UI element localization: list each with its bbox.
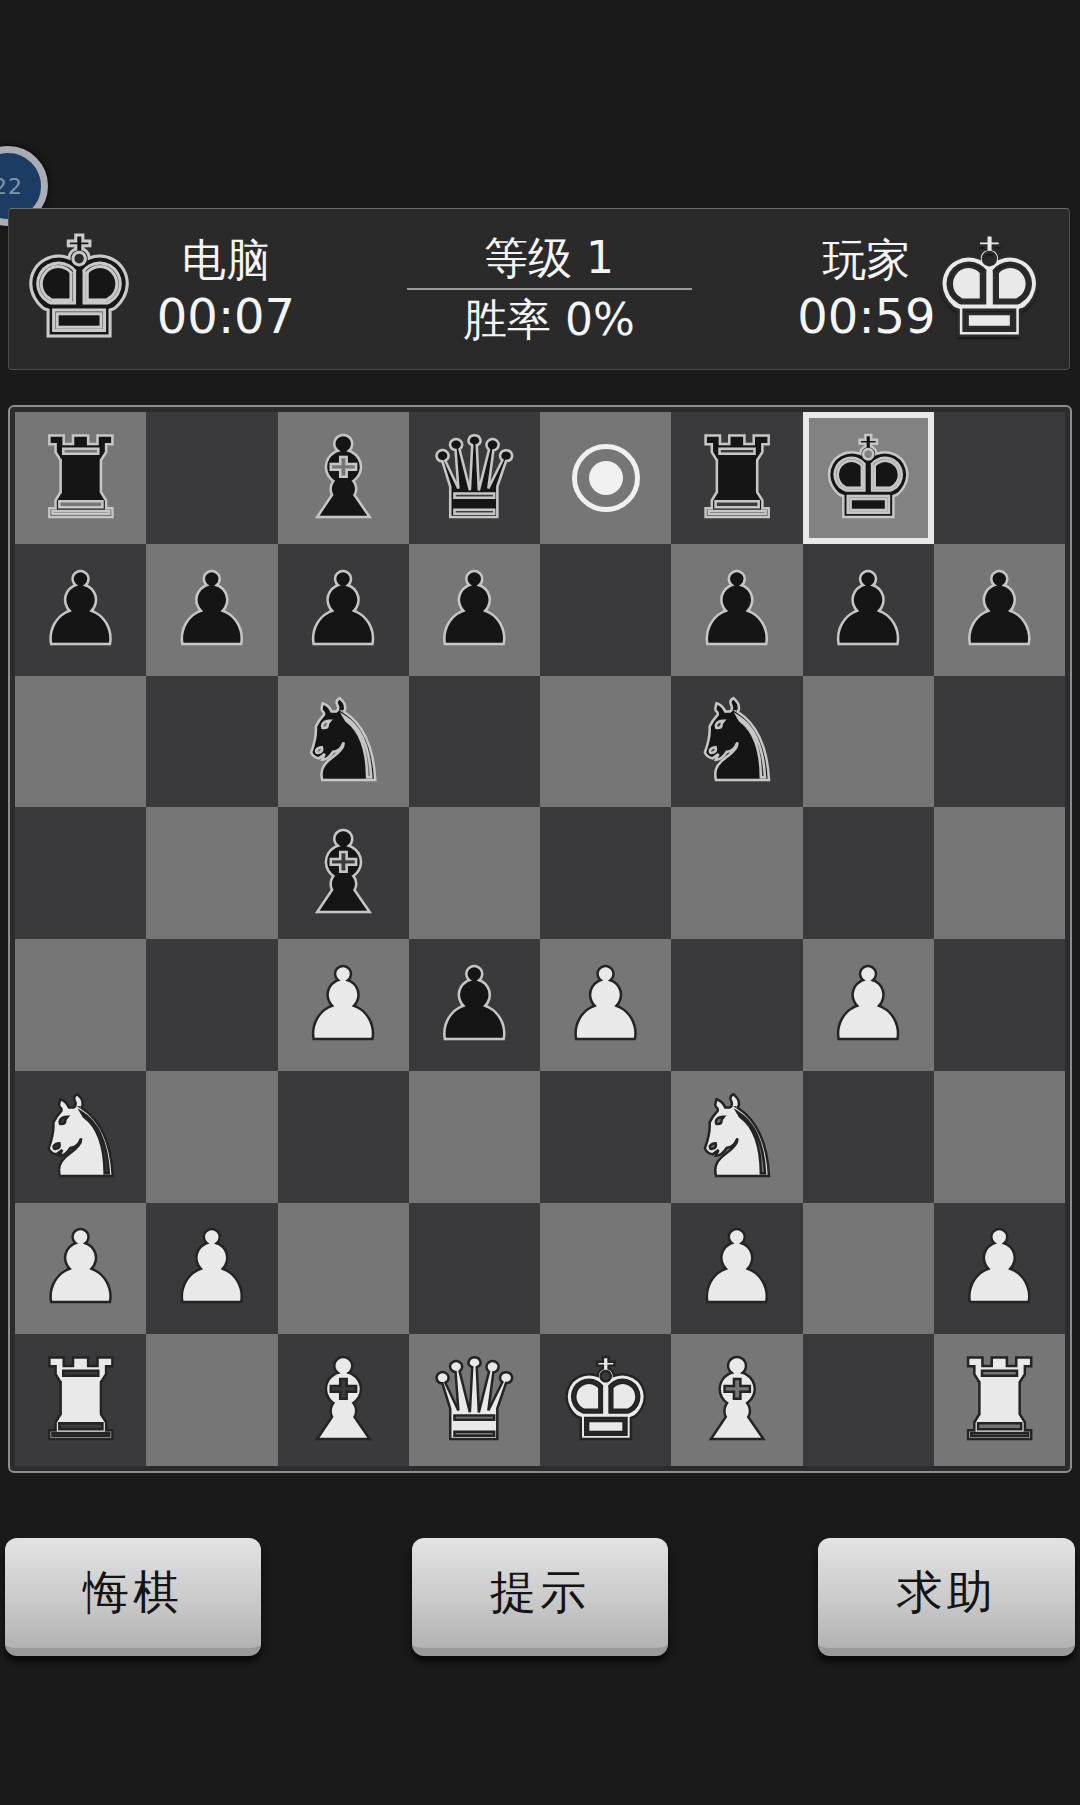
square-d5[interactable] xyxy=(409,807,540,939)
white-king[interactable]: ♚ xyxy=(555,1344,655,1456)
square-b3[interactable] xyxy=(146,1071,277,1203)
square-d1[interactable]: ♛ xyxy=(409,1334,540,1466)
white-bishop[interactable]: ♝ xyxy=(687,1344,787,1456)
square-f6[interactable]: ♞ xyxy=(671,676,802,808)
white-pawn[interactable]: ♟ xyxy=(298,955,388,1055)
black-king[interactable]: ♚ xyxy=(818,422,918,534)
level-info: 等级 1 胜率 0% xyxy=(384,209,714,369)
black-pawn[interactable]: ♟ xyxy=(430,955,520,1055)
square-h3[interactable] xyxy=(934,1071,1065,1203)
square-h8[interactable] xyxy=(934,412,1065,544)
white-rook[interactable]: ♜ xyxy=(949,1344,1049,1456)
black-pawn[interactable]: ♟ xyxy=(430,560,520,660)
square-f1[interactable]: ♝ xyxy=(671,1334,802,1466)
square-b6[interactable] xyxy=(146,676,277,808)
black-pawn[interactable]: ♟ xyxy=(823,560,913,660)
white-pawn[interactable]: ♟ xyxy=(36,1218,126,1318)
square-f7[interactable]: ♟ xyxy=(671,544,802,676)
white-pawn[interactable]: ♟ xyxy=(823,955,913,1055)
square-e1[interactable]: ♚ xyxy=(540,1334,671,1466)
computer-label: 电脑 xyxy=(182,238,270,282)
black-bishop[interactable]: ♝ xyxy=(293,422,393,534)
square-a2[interactable]: ♟ xyxy=(15,1203,146,1335)
square-h4[interactable] xyxy=(934,939,1065,1071)
square-b5[interactable] xyxy=(146,807,277,939)
chess-board: ♜♝♛♜♚♟♟♟♟♟♟♟♞♞♝♟♟♟♟♞♞♟♟♟♟♜♝♛♚♝♜ xyxy=(8,405,1072,1473)
black-knight[interactable]: ♞ xyxy=(293,685,393,797)
black-pawn[interactable]: ♟ xyxy=(167,560,257,660)
square-c1[interactable]: ♝ xyxy=(278,1334,409,1466)
white-bishop[interactable]: ♝ xyxy=(293,1344,393,1456)
square-h1[interactable]: ♜ xyxy=(934,1334,1065,1466)
bubble-label: 22 xyxy=(0,174,23,199)
black-king-icon: ♚ xyxy=(17,220,141,358)
black-rook[interactable]: ♜ xyxy=(687,422,787,534)
square-h5[interactable] xyxy=(934,807,1065,939)
square-d2[interactable] xyxy=(409,1203,540,1335)
game-status-panel: ♚ 电脑 00:07 等级 1 胜率 0% 玩家 00:59 ♚ xyxy=(8,208,1070,370)
move-target-marker xyxy=(572,444,640,512)
player-label: 玩家 xyxy=(823,238,911,282)
square-h2[interactable]: ♟ xyxy=(934,1203,1065,1335)
black-pawn[interactable]: ♟ xyxy=(955,560,1045,660)
white-pawn[interactable]: ♟ xyxy=(692,1218,782,1318)
square-g3[interactable] xyxy=(803,1071,934,1203)
black-knight[interactable]: ♞ xyxy=(687,685,787,797)
board-grid: ♜♝♛♜♚♟♟♟♟♟♟♟♞♞♝♟♟♟♟♞♞♟♟♟♟♜♝♛♚♝♜ xyxy=(15,412,1065,1466)
square-b7[interactable]: ♟ xyxy=(146,544,277,676)
computer-info: 电脑 00:07 xyxy=(151,209,301,369)
white-pawn[interactable]: ♟ xyxy=(167,1218,257,1318)
square-c5[interactable]: ♝ xyxy=(278,807,409,939)
square-c6[interactable]: ♞ xyxy=(278,676,409,808)
square-g2[interactable] xyxy=(803,1203,934,1335)
square-a8[interactable]: ♜ xyxy=(15,412,146,544)
square-g8[interactable]: ♚ xyxy=(803,412,934,544)
square-a4[interactable] xyxy=(15,939,146,1071)
square-b1[interactable] xyxy=(146,1334,277,1466)
square-a5[interactable] xyxy=(15,807,146,939)
undo-button[interactable]: 悔棋 xyxy=(5,1538,261,1656)
square-d7[interactable]: ♟ xyxy=(409,544,540,676)
square-c2[interactable] xyxy=(278,1203,409,1335)
computer-clock: 00:07 xyxy=(157,292,295,340)
square-d6[interactable] xyxy=(409,676,540,808)
header-divider xyxy=(407,288,692,290)
square-a7[interactable]: ♟ xyxy=(15,544,146,676)
square-a1[interactable]: ♜ xyxy=(15,1334,146,1466)
square-g5[interactable] xyxy=(803,807,934,939)
white-knight[interactable]: ♞ xyxy=(687,1081,787,1193)
square-e5[interactable] xyxy=(540,807,671,939)
square-a3[interactable]: ♞ xyxy=(15,1071,146,1203)
square-b4[interactable] xyxy=(146,939,277,1071)
white-queen[interactable]: ♛ xyxy=(424,1344,524,1456)
white-king-icon: ♚ xyxy=(927,220,1051,358)
square-a6[interactable] xyxy=(15,676,146,808)
square-d8[interactable]: ♛ xyxy=(409,412,540,544)
square-e4[interactable]: ♟ xyxy=(540,939,671,1071)
help-button-label: 求助 xyxy=(897,1562,997,1624)
black-bishop[interactable]: ♝ xyxy=(293,817,393,929)
square-b8[interactable] xyxy=(146,412,277,544)
square-e6[interactable] xyxy=(540,676,671,808)
square-d4[interactable]: ♟ xyxy=(409,939,540,1071)
player-clock: 00:59 xyxy=(797,292,935,340)
square-c8[interactable]: ♝ xyxy=(278,412,409,544)
square-f5[interactable] xyxy=(671,807,802,939)
square-c7[interactable]: ♟ xyxy=(278,544,409,676)
square-g1[interactable] xyxy=(803,1334,934,1466)
square-f3[interactable]: ♞ xyxy=(671,1071,802,1203)
square-g4[interactable]: ♟ xyxy=(803,939,934,1071)
square-f4[interactable] xyxy=(671,939,802,1071)
black-pawn[interactable]: ♟ xyxy=(692,560,782,660)
square-e7[interactable] xyxy=(540,544,671,676)
black-queen[interactable]: ♛ xyxy=(424,422,524,534)
square-e8[interactable] xyxy=(540,412,671,544)
black-pawn[interactable]: ♟ xyxy=(298,560,388,660)
square-h6[interactable] xyxy=(934,676,1065,808)
square-c3[interactable] xyxy=(278,1071,409,1203)
undo-button-label: 悔棋 xyxy=(83,1562,183,1624)
white-pawn[interactable]: ♟ xyxy=(561,955,651,1055)
square-g7[interactable]: ♟ xyxy=(803,544,934,676)
white-rook[interactable]: ♜ xyxy=(30,1344,130,1456)
square-d3[interactable] xyxy=(409,1071,540,1203)
square-g6[interactable] xyxy=(803,676,934,808)
hint-button[interactable]: 提示 xyxy=(412,1538,668,1656)
square-f2[interactable]: ♟ xyxy=(671,1203,802,1335)
white-knight[interactable]: ♞ xyxy=(30,1081,130,1193)
black-rook[interactable]: ♜ xyxy=(30,422,130,534)
winrate-label: 胜率 0% xyxy=(463,298,635,342)
white-pawn[interactable]: ♟ xyxy=(955,1218,1045,1318)
square-e3[interactable] xyxy=(540,1071,671,1203)
level-label: 等级 1 xyxy=(484,236,614,280)
square-f8[interactable]: ♜ xyxy=(671,412,802,544)
square-h7[interactable]: ♟ xyxy=(934,544,1065,676)
hint-button-label: 提示 xyxy=(490,1562,590,1624)
black-pawn[interactable]: ♟ xyxy=(36,560,126,660)
square-b2[interactable]: ♟ xyxy=(146,1203,277,1335)
square-e2[interactable] xyxy=(540,1203,671,1335)
square-c4[interactable]: ♟ xyxy=(278,939,409,1071)
help-button[interactable]: 求助 xyxy=(818,1538,1075,1656)
